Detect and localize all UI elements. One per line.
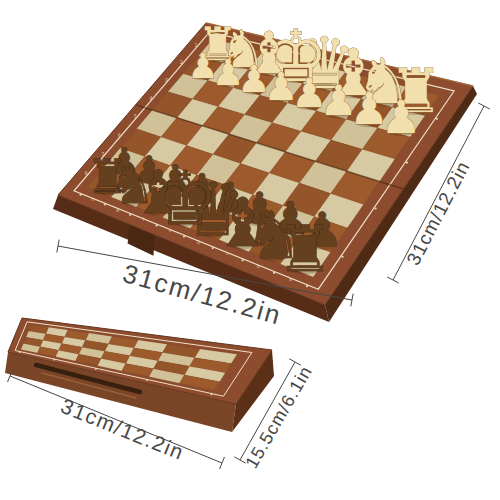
piece-black-rook-h8: ♜	[86, 149, 128, 204]
folded-board	[5, 318, 274, 432]
rank-label: 4	[149, 95, 152, 101]
dimension-tick	[387, 277, 399, 283]
screw-dot	[95, 368, 97, 370]
screw-dot	[19, 351, 21, 353]
product-photo: hgfedcba12345678 ♜♞♝♛♚♝♞♜♟♟♟♟♟♟♟♟♟♟♟♟♟♟♟…	[0, 0, 500, 500]
dimension-tick	[220, 457, 225, 469]
dimension-tick	[478, 103, 490, 109]
chess-set-scene: hgfedcba12345678 ♜♞♝♛♚♝♞♜♟♟♟♟♟♟♟♟♟♟♟♟♟♟♟…	[0, 0, 500, 500]
piece-white-pawn-h2: ♟	[187, 46, 218, 86]
rank-label: 3	[165, 77, 168, 83]
screw-dot	[406, 161, 408, 163]
screw-dot	[211, 394, 213, 396]
screw-dot	[146, 379, 148, 381]
rank-label: 6	[118, 132, 121, 138]
screw-dot	[374, 207, 376, 209]
rank-label: 5	[134, 113, 137, 119]
screw-dot	[79, 194, 81, 196]
rank-label: 2	[180, 59, 183, 65]
screw-dot	[53, 359, 55, 361]
